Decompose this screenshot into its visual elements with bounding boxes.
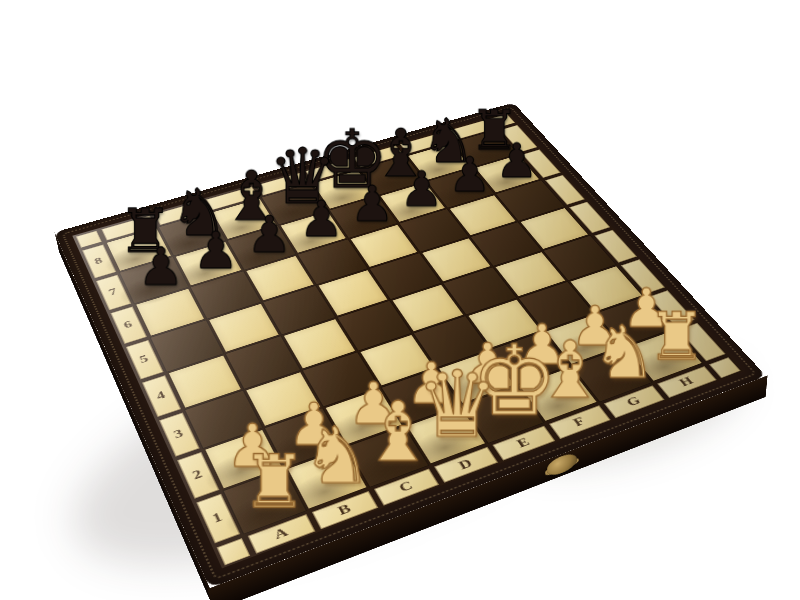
corner-tile [75, 231, 101, 248]
square-h1[interactable] [623, 329, 705, 383]
board-frame: 87654321 ABCDEFGH ♜♞♝♛♚♝♞♜♟♟♟♟♟♟♟♟♟♟♟♟♟♟… [55, 103, 766, 588]
square-b3[interactable] [244, 370, 323, 428]
square-c3[interactable] [302, 351, 381, 407]
square-d3[interactable] [358, 333, 437, 387]
square-g2[interactable] [543, 313, 623, 366]
square-b2[interactable] [264, 407, 346, 468]
square-f2[interactable] [491, 331, 571, 385]
square-b4[interactable] [225, 335, 302, 389]
photo-canvas: 87654321 ABCDEFGH ♜♞♝♛♚♝♞♜♟♟♟♟♟♟♟♟♟♟♟♟♟♟… [0, 0, 800, 600]
square-d4[interactable] [336, 300, 412, 351]
square-f3[interactable] [466, 298, 544, 349]
board-inner: 87654321 ABCDEFGH ♜♞♝♛♚♝♞♜♟♟♟♟♟♟♟♟♟♟♟♟♟♟… [72, 112, 744, 568]
square-b1[interactable] [285, 446, 370, 511]
square-c2[interactable] [323, 387, 404, 446]
chess-set: 87654321 ABCDEFGH ♜♞♝♛♚♝♞♜♟♟♟♟♟♟♟♟♟♟♟♟♟♟… [55, 103, 766, 588]
square-b5[interactable] [207, 302, 282, 354]
scene: 87654321 ABCDEFGH ♜♞♝♛♚♝♞♜♟♟♟♟♟♟♟♟♟♟♟♟♟♟… [0, 0, 800, 600]
square-e2[interactable] [436, 349, 517, 405]
square-e1[interactable] [461, 385, 544, 444]
square-c1[interactable] [345, 425, 429, 488]
square-e3[interactable] [413, 315, 491, 368]
square-c4[interactable] [281, 317, 358, 370]
brass-clasp [547, 450, 577, 478]
square-d2[interactable] [380, 368, 461, 425]
